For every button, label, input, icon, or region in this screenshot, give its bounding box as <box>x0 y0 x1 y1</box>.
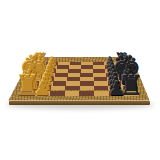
chess-piece-black-r: ♜ <box>119 72 143 99</box>
board-square <box>65 91 80 96</box>
board-front-edge <box>9 101 150 106</box>
board-square <box>79 91 94 96</box>
chess-set-product-photo: ♜♟♟♜♞♟♟♞♝♟♟♝♛♟♟♛♚♟♟♚♝♟♟♝♞♟♟♞♜♟♟♜ <box>0 0 160 160</box>
chess-piece-white-p: ♟ <box>34 79 51 98</box>
